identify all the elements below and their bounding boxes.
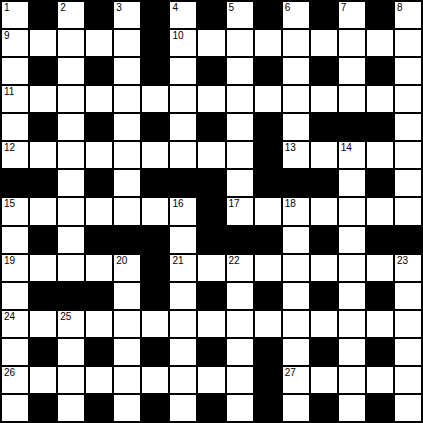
cell-r5c5[interactable]	[114, 114, 140, 140]
cell-r14c5[interactable]	[114, 367, 140, 393]
cell-r11c7[interactable]	[170, 283, 196, 309]
cell-r12c1[interactable]: 24	[2, 311, 28, 337]
cell-r6c13[interactable]: 14	[339, 142, 365, 168]
cell-r10c5[interactable]: 20	[114, 255, 140, 281]
black-cell-r3c12	[311, 58, 337, 84]
cell-r8c3[interactable]	[58, 198, 84, 224]
black-cell-r8c8	[198, 198, 224, 224]
black-cell-r7c1	[2, 170, 28, 196]
black-cell-r9c6	[142, 227, 168, 253]
cell-r2c10[interactable]	[255, 30, 281, 56]
clue-number-18: 18	[285, 198, 296, 210]
black-cell-r1c2	[30, 2, 56, 28]
black-cell-r9c12	[311, 227, 337, 253]
cell-r15c7[interactable]	[170, 395, 196, 421]
black-cell-r1c4	[86, 2, 112, 28]
cell-r8c15[interactable]	[395, 198, 421, 224]
cell-r1c1[interactable]: 1	[2, 2, 28, 28]
cell-r8c6[interactable]	[142, 198, 168, 224]
black-cell-r9c5	[114, 227, 140, 253]
cell-r4c10[interactable]	[255, 86, 281, 112]
cell-r2c7[interactable]: 10	[170, 30, 196, 56]
cell-r8c11[interactable]: 18	[283, 198, 309, 224]
cell-r6c3[interactable]	[58, 142, 84, 168]
clue-number-3: 3	[116, 2, 122, 14]
cell-r13c11[interactable]	[283, 339, 309, 365]
black-cell-r6c10	[255, 142, 281, 168]
clue-number-25: 25	[60, 311, 71, 323]
cell-r8c1[interactable]: 15	[2, 198, 28, 224]
clue-number-8: 8	[397, 2, 403, 14]
cell-r15c5[interactable]	[114, 395, 140, 421]
cell-r14c14[interactable]	[367, 367, 393, 393]
cell-r11c13[interactable]	[339, 283, 365, 309]
cell-r10c14[interactable]	[367, 255, 393, 281]
cell-r2c1[interactable]: 9	[2, 30, 28, 56]
black-cell-r15c6	[142, 395, 168, 421]
black-cell-r5c14	[367, 114, 393, 140]
cell-r7c5[interactable]	[114, 170, 140, 196]
cell-r5c3[interactable]	[58, 114, 84, 140]
cell-r6c14[interactable]	[367, 142, 393, 168]
black-cell-r13c10	[255, 339, 281, 365]
cell-r2c4[interactable]	[86, 30, 112, 56]
black-cell-r9c4	[86, 227, 112, 253]
cell-r14c2[interactable]	[30, 367, 56, 393]
cell-r5c15[interactable]	[395, 114, 421, 140]
cell-r10c2[interactable]	[30, 255, 56, 281]
cell-r4c5[interactable]	[114, 86, 140, 112]
cell-r15c13[interactable]	[339, 395, 365, 421]
crossword-grid: 1234567891011121314151617181920212223242…	[0, 0, 423, 423]
black-cell-r15c10	[255, 395, 281, 421]
black-cell-r9c10	[255, 227, 281, 253]
black-cell-r7c12	[311, 170, 337, 196]
cell-r12c11[interactable]	[283, 311, 309, 337]
cell-r6c2[interactable]	[30, 142, 56, 168]
cell-r9c3[interactable]	[58, 227, 84, 253]
black-cell-r2c6	[142, 30, 168, 56]
cell-r10c4[interactable]	[86, 255, 112, 281]
cell-r14c9[interactable]	[227, 367, 253, 393]
cell-r12c12[interactable]	[311, 311, 337, 337]
clue-number-4: 4	[172, 2, 178, 14]
cell-r1c15[interactable]: 8	[395, 2, 421, 28]
black-cell-r9c2	[30, 227, 56, 253]
cell-r8c4[interactable]	[86, 198, 112, 224]
cell-r15c11[interactable]	[283, 395, 309, 421]
black-cell-r9c14	[367, 227, 393, 253]
black-cell-r10c6	[142, 255, 168, 281]
cell-r4c15[interactable]	[395, 86, 421, 112]
black-cell-r13c2	[30, 339, 56, 365]
black-cell-r9c8	[198, 227, 224, 253]
cell-r4c3[interactable]	[58, 86, 84, 112]
black-cell-r3c6	[142, 58, 168, 84]
cell-r10c9[interactable]: 22	[227, 255, 253, 281]
cell-r14c7[interactable]	[170, 367, 196, 393]
cell-r12c4[interactable]	[86, 311, 112, 337]
cell-r3c13[interactable]	[339, 58, 365, 84]
cell-r14c12[interactable]	[311, 367, 337, 393]
black-cell-r5c10	[255, 114, 281, 140]
cell-r4c4[interactable]	[86, 86, 112, 112]
clue-number-14: 14	[341, 142, 352, 154]
cell-r4c11[interactable]	[283, 86, 309, 112]
cell-r13c9[interactable]	[227, 339, 253, 365]
black-cell-r11c8	[198, 283, 224, 309]
black-cell-r7c6	[142, 170, 168, 196]
black-cell-r5c13	[339, 114, 365, 140]
cell-r10c12[interactable]	[311, 255, 337, 281]
cell-r11c5[interactable]	[114, 283, 140, 309]
cell-r1c3[interactable]: 2	[58, 2, 84, 28]
cell-r1c9[interactable]: 5	[227, 2, 253, 28]
clue-number-17: 17	[229, 198, 240, 210]
black-cell-r13c8	[198, 339, 224, 365]
cell-r12c9[interactable]	[227, 311, 253, 337]
clue-number-15: 15	[4, 198, 15, 210]
black-cell-r14c10	[255, 367, 281, 393]
cell-r3c1[interactable]	[2, 58, 28, 84]
clue-number-11: 11	[4, 86, 14, 98]
cell-r5c9[interactable]	[227, 114, 253, 140]
cell-r4c2[interactable]	[30, 86, 56, 112]
clue-number-26: 26	[4, 367, 15, 379]
cell-r12c3[interactable]: 25	[58, 311, 84, 337]
cell-r12c10[interactable]	[255, 311, 281, 337]
cell-r6c4[interactable]	[86, 142, 112, 168]
clue-number-2: 2	[60, 2, 66, 14]
cell-r9c7[interactable]	[170, 227, 196, 253]
cell-r14c6[interactable]	[142, 367, 168, 393]
cell-r2c13[interactable]	[339, 30, 365, 56]
cell-r8c5[interactable]	[114, 198, 140, 224]
cell-r13c15[interactable]	[395, 339, 421, 365]
cell-r12c7[interactable]	[170, 311, 196, 337]
cell-r3c9[interactable]	[227, 58, 253, 84]
cell-r10c8[interactable]	[198, 255, 224, 281]
clue-number-1: 1	[4, 2, 10, 14]
cell-r15c3[interactable]	[58, 395, 84, 421]
cell-r15c1[interactable]	[2, 395, 28, 421]
cell-r4c8[interactable]	[198, 86, 224, 112]
cell-r1c13[interactable]: 7	[339, 2, 365, 28]
cell-r4c6[interactable]	[142, 86, 168, 112]
black-cell-r5c8	[198, 114, 224, 140]
cell-r2c3[interactable]	[58, 30, 84, 56]
clue-number-27: 27	[285, 367, 296, 379]
cell-r13c1[interactable]	[2, 339, 28, 365]
black-cell-r7c10	[255, 170, 281, 196]
cell-r11c15[interactable]	[395, 283, 421, 309]
black-cell-r11c14	[367, 283, 393, 309]
cell-r9c11[interactable]	[283, 227, 309, 253]
cell-r12c6[interactable]	[142, 311, 168, 337]
black-cell-r7c4	[86, 170, 112, 196]
cell-r12c8[interactable]	[198, 311, 224, 337]
cell-r12c13[interactable]	[339, 311, 365, 337]
cell-r1c7[interactable]: 4	[170, 2, 196, 28]
cell-r12c14[interactable]	[367, 311, 393, 337]
clue-number-6: 6	[285, 2, 291, 14]
cell-r10c7[interactable]: 21	[170, 255, 196, 281]
black-cell-r7c11	[283, 170, 309, 196]
cell-r8c2[interactable]	[30, 198, 56, 224]
black-cell-r1c14	[367, 2, 393, 28]
black-cell-r13c14	[367, 339, 393, 365]
black-cell-r15c14	[367, 395, 393, 421]
black-cell-r15c2	[30, 395, 56, 421]
cell-r15c9[interactable]	[227, 395, 253, 421]
black-cell-r1c6	[142, 2, 168, 28]
cell-r12c5[interactable]	[114, 311, 140, 337]
cell-r10c1[interactable]: 19	[2, 255, 28, 281]
cell-r2c9[interactable]	[227, 30, 253, 56]
cell-r1c5[interactable]: 3	[114, 2, 140, 28]
cell-r4c14[interactable]	[367, 86, 393, 112]
cell-r3c5[interactable]	[114, 58, 140, 84]
black-cell-r11c6	[142, 283, 168, 309]
cell-r8c13[interactable]	[339, 198, 365, 224]
cell-r7c3[interactable]	[58, 170, 84, 196]
cell-r8c14[interactable]	[367, 198, 393, 224]
cell-r10c13[interactable]	[339, 255, 365, 281]
cell-r1c11[interactable]: 6	[283, 2, 309, 28]
cell-r6c15[interactable]	[395, 142, 421, 168]
cell-r12c15[interactable]	[395, 311, 421, 337]
black-cell-r13c6	[142, 339, 168, 365]
black-cell-r5c6	[142, 114, 168, 140]
cell-r10c15[interactable]: 23	[395, 255, 421, 281]
cell-r10c11[interactable]	[283, 255, 309, 281]
black-cell-r13c12	[311, 339, 337, 365]
cell-r2c15[interactable]	[395, 30, 421, 56]
cell-r7c15[interactable]	[395, 170, 421, 196]
cell-r3c7[interactable]	[170, 58, 196, 84]
cell-r7c13[interactable]	[339, 170, 365, 196]
cell-r2c14[interactable]	[367, 30, 393, 56]
cell-r6c1[interactable]: 12	[2, 142, 28, 168]
black-cell-r7c2	[30, 170, 56, 196]
cell-r11c11[interactable]	[283, 283, 309, 309]
black-cell-r3c10	[255, 58, 281, 84]
black-cell-r1c12	[311, 2, 337, 28]
cell-r6c12[interactable]	[311, 142, 337, 168]
cell-r13c13[interactable]	[339, 339, 365, 365]
cell-r7c9[interactable]	[227, 170, 253, 196]
clue-number-16: 16	[172, 198, 183, 210]
cell-r8c12[interactable]	[311, 198, 337, 224]
cell-r2c12[interactable]	[311, 30, 337, 56]
black-cell-r11c12	[311, 283, 337, 309]
cell-r13c3[interactable]	[58, 339, 84, 365]
cell-r6c6[interactable]	[142, 142, 168, 168]
cell-r14c3[interactable]	[58, 367, 84, 393]
clue-number-7: 7	[341, 2, 347, 14]
cell-r13c7[interactable]	[170, 339, 196, 365]
black-cell-r7c8	[198, 170, 224, 196]
cell-r3c3[interactable]	[58, 58, 84, 84]
cell-r2c11[interactable]	[283, 30, 309, 56]
cell-r15c15[interactable]	[395, 395, 421, 421]
black-cell-r7c7	[170, 170, 196, 196]
cell-r6c5[interactable]	[114, 142, 140, 168]
cell-r4c7[interactable]	[170, 86, 196, 112]
cell-r5c11[interactable]	[283, 114, 309, 140]
black-cell-r1c8	[198, 2, 224, 28]
cell-r2c5[interactable]	[114, 30, 140, 56]
cell-r10c3[interactable]	[58, 255, 84, 281]
cell-r3c11[interactable]	[283, 58, 309, 84]
black-cell-r5c2	[30, 114, 56, 140]
clue-number-23: 23	[397, 255, 408, 267]
cell-r9c1[interactable]	[2, 227, 28, 253]
black-cell-r15c12	[311, 395, 337, 421]
black-cell-r7c14	[367, 170, 393, 196]
cell-r10c10[interactable]	[255, 255, 281, 281]
clue-number-21: 21	[172, 255, 183, 267]
black-cell-r15c8	[198, 395, 224, 421]
cell-r8c10[interactable]	[255, 198, 281, 224]
cell-r4c12[interactable]	[311, 86, 337, 112]
black-cell-r11c2	[30, 283, 56, 309]
black-cell-r9c9	[227, 227, 253, 253]
clue-number-19: 19	[4, 255, 15, 267]
clue-number-5: 5	[229, 2, 235, 14]
cell-r4c9[interactable]	[227, 86, 253, 112]
cell-r14c11[interactable]: 27	[283, 367, 309, 393]
clue-number-22: 22	[229, 255, 240, 267]
black-cell-r3c8	[198, 58, 224, 84]
black-cell-r11c4	[86, 283, 112, 309]
clue-number-20: 20	[116, 255, 127, 267]
black-cell-r11c10	[255, 283, 281, 309]
cell-r12c2[interactable]	[30, 311, 56, 337]
black-cell-r13c4	[86, 339, 112, 365]
clue-number-12: 12	[4, 142, 15, 154]
cell-r6c9[interactable]	[227, 142, 253, 168]
cell-r14c15[interactable]	[395, 367, 421, 393]
black-cell-r11c3	[58, 283, 84, 309]
black-cell-r5c4	[86, 114, 112, 140]
cell-r8c7[interactable]: 16	[170, 198, 196, 224]
black-cell-r3c14	[367, 58, 393, 84]
clue-number-13: 13	[285, 142, 296, 154]
black-cell-r1c10	[255, 2, 281, 28]
cell-r2c8[interactable]	[198, 30, 224, 56]
cell-r5c1[interactable]	[2, 114, 28, 140]
cell-r8c9[interactable]: 17	[227, 198, 253, 224]
clue-number-9: 9	[4, 30, 10, 42]
cell-r2c2[interactable]	[30, 30, 56, 56]
cell-r14c13[interactable]	[339, 367, 365, 393]
cell-r3c15[interactable]	[395, 58, 421, 84]
cell-r4c13[interactable]	[339, 86, 365, 112]
cell-r6c7[interactable]	[170, 142, 196, 168]
cell-r14c4[interactable]	[86, 367, 112, 393]
black-cell-r3c4	[86, 58, 112, 84]
cell-r11c9[interactable]	[227, 283, 253, 309]
cell-r9c13[interactable]	[339, 227, 365, 253]
cell-r5c7[interactable]	[170, 114, 196, 140]
cell-r14c1[interactable]: 26	[2, 367, 28, 393]
cell-r14c8[interactable]	[198, 367, 224, 393]
clue-number-24: 24	[4, 311, 15, 323]
cell-r13c5[interactable]	[114, 339, 140, 365]
black-cell-r5c12	[311, 114, 337, 140]
cell-r6c8[interactable]	[198, 142, 224, 168]
black-cell-r15c4	[86, 395, 112, 421]
clue-number-10: 10	[172, 30, 183, 42]
black-cell-r3c2	[30, 58, 56, 84]
cell-r4c1[interactable]: 11	[2, 86, 28, 112]
cell-r11c1[interactable]	[2, 283, 28, 309]
cell-r6c11[interactable]: 13	[283, 142, 309, 168]
black-cell-r9c15	[395, 227, 421, 253]
